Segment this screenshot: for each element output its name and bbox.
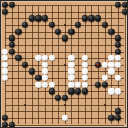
black-stone (115, 2, 121, 8)
black-stone (95, 82, 101, 88)
star-point (64, 64, 66, 66)
black-stone (22, 62, 28, 68)
star-point (64, 24, 66, 26)
black-stone (42, 15, 48, 21)
black-stone (95, 62, 101, 68)
white-stone (108, 62, 114, 68)
black-stone (62, 35, 68, 41)
black-stone (48, 88, 54, 94)
black-stone (48, 22, 54, 28)
black-stone (2, 8, 8, 14)
black-stone (8, 42, 14, 48)
white-stone (82, 55, 88, 61)
white-stone (48, 55, 54, 61)
black-stone (68, 88, 74, 94)
white-stone (115, 88, 121, 94)
black-stone (8, 48, 14, 54)
black-stone (95, 15, 101, 21)
white-stone (35, 55, 41, 61)
black-stone (28, 68, 34, 74)
black-stone (102, 82, 108, 88)
black-stone (75, 88, 81, 94)
star-point (104, 104, 106, 106)
black-stone (102, 22, 108, 28)
white-stone (108, 88, 114, 94)
white-stone (82, 82, 88, 88)
black-stone (15, 28, 21, 34)
black-stone (62, 95, 68, 101)
black-stone (8, 122, 14, 128)
white-stone (102, 62, 108, 68)
black-stone (35, 75, 41, 81)
white-stone (42, 82, 48, 88)
black-stone (82, 88, 88, 94)
white-stone (68, 75, 74, 81)
black-stone (115, 108, 121, 114)
black-stone (108, 115, 114, 121)
last-move-marker (97, 64, 99, 66)
white-stone (68, 62, 74, 68)
white-stone (48, 82, 54, 88)
white-stone (42, 55, 48, 61)
black-stone (8, 35, 14, 41)
white-stone (82, 62, 88, 68)
white-stone (68, 68, 74, 74)
black-stone (108, 28, 114, 34)
black-stone (2, 2, 8, 8)
black-stone (115, 35, 121, 41)
white-stone (82, 68, 88, 74)
white-stone (82, 75, 88, 81)
white-stone (115, 55, 121, 61)
black-stone (35, 15, 41, 21)
white-stone (35, 82, 41, 88)
black-stone (115, 48, 121, 54)
black-stone (75, 22, 81, 28)
black-stone (2, 115, 8, 121)
black-stone (22, 22, 28, 28)
white-stone (2, 48, 8, 54)
star-point (64, 104, 66, 106)
white-stone (108, 55, 114, 61)
black-stone (88, 15, 94, 21)
white-stone (115, 62, 121, 68)
star-point (24, 104, 26, 106)
black-stone (8, 2, 14, 8)
black-stone (68, 28, 74, 34)
black-stone (115, 42, 121, 48)
black-stone (15, 55, 21, 61)
black-stone (82, 15, 88, 21)
white-stone (108, 68, 114, 74)
black-stone (122, 2, 128, 8)
white-stone (62, 115, 68, 121)
white-stone (42, 62, 48, 68)
white-stone (2, 62, 8, 68)
go-board[interactable] (0, 0, 128, 128)
white-stone (75, 82, 81, 88)
black-stone (28, 15, 34, 21)
black-stone (115, 115, 121, 121)
white-stone (2, 68, 8, 74)
white-stone (42, 68, 48, 74)
white-stone (68, 55, 74, 61)
white-stone (115, 75, 121, 81)
white-stone (2, 55, 8, 61)
white-stone (2, 75, 8, 81)
white-stone (42, 75, 48, 81)
black-stone (55, 28, 61, 34)
black-stone (2, 122, 8, 128)
white-stone (102, 75, 108, 81)
white-stone (68, 82, 74, 88)
black-stone (55, 95, 61, 101)
black-stone (122, 8, 128, 14)
